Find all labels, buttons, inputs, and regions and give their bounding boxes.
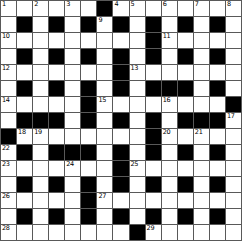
clue-number-2: 2	[34, 1, 38, 8]
black-cell-r7c1	[17, 113, 32, 128]
white-cell-r13c14[interactable]	[226, 209, 241, 224]
white-cell-r11c12[interactable]	[194, 177, 209, 192]
white-cell-r11c4[interactable]	[65, 177, 80, 192]
white-cell-r4c14[interactable]	[226, 65, 241, 80]
black-cell-r1c11	[178, 17, 193, 32]
white-cell-r2c3[interactable]	[49, 33, 64, 48]
black-cell-r11c3	[49, 177, 64, 192]
white-cell-r7c4[interactable]	[65, 113, 80, 128]
clue-number-28: 28	[2, 225, 10, 232]
white-cell-r10c2[interactable]	[33, 161, 48, 176]
white-cell-r12c13[interactable]	[210, 193, 225, 208]
white-cell-r9c14[interactable]	[226, 145, 241, 160]
white-cell-r12c8[interactable]	[130, 193, 145, 208]
white-cell-r12c1[interactable]	[17, 193, 32, 208]
black-cell-r13c11	[178, 209, 193, 224]
white-cell-r0c11[interactable]	[178, 1, 193, 16]
white-cell-r11c2[interactable]	[33, 177, 48, 192]
white-cell-r1c6[interactable]: 9	[97, 17, 112, 32]
white-cell-r6c13[interactable]	[210, 97, 225, 112]
black-cell-r7c9	[146, 113, 161, 128]
white-cell-r6c1[interactable]	[17, 97, 32, 112]
white-cell-r13c0[interactable]	[1, 209, 16, 224]
white-cell-r4c4[interactable]	[65, 65, 80, 80]
white-cell-r14c13[interactable]	[210, 225, 225, 240]
black-cell-r5c3	[49, 81, 64, 96]
black-cell-r13c13	[210, 209, 225, 224]
clue-number-1: 1	[2, 1, 6, 8]
clue-number-6: 6	[163, 1, 167, 8]
black-cell-r11c5	[81, 177, 96, 192]
white-cell-r6c6[interactable]: 15	[97, 97, 112, 112]
white-cell-r4c6[interactable]	[97, 65, 112, 80]
white-cell-r10c8[interactable]: 25	[130, 161, 145, 176]
clue-number-29: 29	[147, 225, 155, 232]
white-cell-r8c7[interactable]	[113, 129, 128, 144]
white-cell-r7c14[interactable]: 17	[226, 113, 241, 128]
clue-number-11: 11	[163, 33, 171, 40]
white-cell-r4c3[interactable]	[49, 65, 64, 80]
white-cell-r9c2[interactable]	[33, 145, 48, 160]
clue-number-5: 5	[131, 1, 135, 8]
black-cell-r1c9	[146, 17, 161, 32]
white-cell-r11c6[interactable]	[97, 177, 112, 192]
black-cell-r9c5	[81, 145, 96, 160]
black-cell-r7c5	[81, 113, 96, 128]
black-cell-r6c5	[81, 97, 96, 112]
white-cell-r8c1[interactable]: 18	[17, 129, 32, 144]
white-cell-r12c0[interactable]: 26	[1, 193, 16, 208]
black-cell-r5c13	[210, 81, 225, 96]
white-cell-r2c5[interactable]	[81, 33, 96, 48]
white-cell-r2c14[interactable]	[226, 33, 241, 48]
white-cell-r2c12[interactable]	[194, 33, 209, 48]
white-cell-r14c10[interactable]	[162, 225, 177, 240]
black-cell-r5c5	[81, 81, 96, 96]
white-cell-r2c1[interactable]	[17, 33, 32, 48]
white-cell-r14c14[interactable]	[226, 225, 241, 240]
white-cell-r4c0[interactable]: 12	[1, 65, 16, 80]
white-cell-r5c2[interactable]	[33, 81, 48, 96]
black-cell-r13c3	[49, 209, 64, 224]
black-cell-r11c1	[17, 177, 32, 192]
clue-number-20: 20	[163, 129, 171, 136]
white-cell-r14c3[interactable]	[49, 225, 64, 240]
clue-number-26: 26	[2, 193, 10, 200]
white-cell-r10c1[interactable]	[17, 161, 32, 176]
white-cell-r8c4[interactable]	[65, 129, 80, 144]
white-cell-r8c2[interactable]: 19	[33, 129, 48, 144]
black-cell-r5c7	[113, 81, 128, 96]
white-cell-r3c12[interactable]	[194, 49, 209, 64]
black-cell-r3c13	[210, 49, 225, 64]
white-cell-r1c12[interactable]	[194, 17, 209, 32]
white-cell-r1c10[interactable]	[162, 17, 177, 32]
black-cell-r13c1	[17, 209, 32, 224]
white-cell-r13c8[interactable]	[130, 209, 145, 224]
white-cell-r13c4[interactable]	[65, 209, 80, 224]
white-cell-r8c13[interactable]	[210, 129, 225, 144]
white-cell-r14c5[interactable]	[81, 225, 96, 240]
white-cell-r0c5[interactable]	[81, 1, 96, 16]
white-cell-r12c6[interactable]: 27	[97, 193, 112, 208]
black-cell-r13c5	[81, 209, 96, 224]
white-cell-r4c2[interactable]	[33, 65, 48, 80]
clue-number-23: 23	[2, 161, 10, 168]
white-cell-r7c10[interactable]	[162, 113, 177, 128]
white-cell-r6c4[interactable]	[65, 97, 80, 112]
white-cell-r14c4[interactable]	[65, 225, 80, 240]
clue-number-15: 15	[98, 97, 106, 104]
white-cell-r2c6[interactable]	[97, 33, 112, 48]
black-cell-r8c9	[146, 129, 161, 144]
white-cell-r4c8[interactable]: 13	[130, 65, 145, 80]
white-cell-r1c8[interactable]	[130, 17, 145, 32]
white-cell-r0c3[interactable]	[49, 1, 64, 16]
black-cell-r5c11	[178, 81, 193, 96]
white-cell-r2c7[interactable]	[113, 33, 128, 48]
black-cell-r0c6	[97, 1, 112, 16]
white-cell-r7c0[interactable]	[1, 113, 16, 128]
white-cell-r6c11[interactable]	[178, 97, 193, 112]
white-cell-r9c6[interactable]	[97, 145, 112, 160]
white-cell-r10c10[interactable]	[162, 161, 177, 176]
white-cell-r1c2[interactable]	[33, 17, 48, 32]
white-cell-r5c8[interactable]	[130, 81, 145, 96]
clue-number-9: 9	[98, 17, 102, 24]
white-cell-r13c2[interactable]	[33, 209, 48, 224]
white-cell-r14c11[interactable]	[178, 225, 193, 240]
clue-number-17: 17	[227, 113, 235, 120]
clue-number-10: 10	[2, 33, 10, 40]
black-cell-r9c13	[210, 145, 225, 160]
white-cell-r1c14[interactable]	[226, 17, 241, 32]
white-cell-r10c11[interactable]	[178, 161, 193, 176]
black-cell-r13c9	[146, 209, 161, 224]
white-cell-r2c2[interactable]	[33, 33, 48, 48]
white-cell-r6c0[interactable]: 14	[1, 97, 16, 112]
black-cell-r7c11	[178, 113, 193, 128]
white-cell-r7c8[interactable]	[130, 113, 145, 128]
black-cell-r3c3	[49, 49, 64, 64]
white-cell-r11c8[interactable]	[130, 177, 145, 192]
white-cell-r6c12[interactable]	[194, 97, 209, 112]
white-cell-r12c12[interactable]	[194, 193, 209, 208]
clue-number-3: 3	[66, 1, 70, 8]
white-cell-r3c2[interactable]	[33, 49, 48, 64]
white-cell-r5c6[interactable]	[97, 81, 112, 96]
black-cell-r9c7	[113, 145, 128, 160]
black-cell-r7c13	[210, 113, 225, 128]
white-cell-r3c14[interactable]	[226, 49, 241, 64]
white-cell-r3c4[interactable]	[65, 49, 80, 64]
white-cell-r3c0[interactable]	[1, 49, 16, 64]
white-cell-r2c13[interactable]	[210, 33, 225, 48]
black-cell-r11c9	[146, 177, 161, 192]
white-cell-r0c1[interactable]	[17, 1, 32, 16]
black-cell-r7c12	[194, 113, 209, 128]
white-cell-r10c13[interactable]	[210, 161, 225, 176]
white-cell-r8c5[interactable]	[81, 129, 96, 144]
black-cell-r3c5	[81, 49, 96, 64]
white-cell-r11c10[interactable]	[162, 177, 177, 192]
white-cell-r8c6[interactable]	[97, 129, 112, 144]
white-cell-r8c10[interactable]: 20	[162, 129, 177, 144]
clue-number-22: 22	[2, 145, 10, 152]
white-cell-r1c4[interactable]	[65, 17, 80, 32]
clue-number-16: 16	[163, 97, 171, 104]
white-cell-r10c14[interactable]	[226, 161, 241, 176]
black-cell-r11c7	[113, 177, 128, 192]
white-cell-r0c9[interactable]	[146, 1, 161, 16]
black-cell-r3c9	[146, 49, 161, 64]
white-cell-r12c7[interactable]	[113, 193, 128, 208]
white-cell-r2c10[interactable]: 11	[162, 33, 177, 48]
white-cell-r5c14[interactable]	[226, 81, 241, 96]
clue-number-12: 12	[2, 65, 10, 72]
crossword-grid: 1234567891011121314151617181920212223242…	[0, 0, 242, 241]
black-cell-r7c3	[49, 113, 64, 128]
black-cell-r9c4	[65, 145, 80, 160]
black-cell-r2c9	[146, 33, 161, 48]
white-cell-r8c11[interactable]	[178, 129, 193, 144]
white-cell-r12c2[interactable]	[33, 193, 48, 208]
white-cell-r10c6[interactable]	[97, 161, 112, 176]
white-cell-r5c4[interactable]	[65, 81, 80, 96]
white-cell-r5c12[interactable]	[194, 81, 209, 96]
white-cell-r0c12[interactable]: 7	[194, 1, 209, 16]
black-cell-r1c1	[17, 17, 32, 32]
white-cell-r14c6[interactable]	[97, 225, 112, 240]
white-cell-r14c2[interactable]	[33, 225, 48, 240]
white-cell-r10c4[interactable]: 24	[65, 161, 80, 176]
white-cell-r10c12[interactable]	[194, 161, 209, 176]
white-cell-r4c10[interactable]	[162, 65, 177, 80]
white-cell-r0c0[interactable]: 1	[1, 1, 16, 16]
white-cell-r3c6[interactable]	[97, 49, 112, 64]
white-cell-r14c0[interactable]: 28	[1, 225, 16, 240]
white-cell-r12c3[interactable]	[49, 193, 64, 208]
white-cell-r0c4[interactable]: 3	[65, 1, 80, 16]
black-cell-r5c10	[162, 81, 177, 96]
white-cell-r12c4[interactable]	[65, 193, 80, 208]
black-cell-r14c8	[130, 225, 145, 240]
white-cell-r12c10[interactable]	[162, 193, 177, 208]
white-cell-r1c0[interactable]	[1, 17, 16, 32]
white-cell-r10c0[interactable]: 23	[1, 161, 16, 176]
clue-number-27: 27	[98, 193, 106, 200]
black-cell-r13c7	[113, 209, 128, 224]
black-cell-r5c9	[146, 81, 161, 96]
black-cell-r6c14	[226, 97, 241, 112]
white-cell-r0c8[interactable]: 5	[130, 1, 145, 16]
white-cell-r3c8[interactable]	[130, 49, 145, 64]
clue-number-7: 7	[195, 1, 199, 8]
white-cell-r4c1[interactable]	[17, 65, 32, 80]
black-cell-r3c11	[178, 49, 193, 64]
white-cell-r2c11[interactable]	[178, 33, 193, 48]
white-cell-r4c11[interactable]	[178, 65, 193, 80]
clue-number-13: 13	[131, 65, 139, 72]
white-cell-r4c5[interactable]	[81, 65, 96, 80]
clue-number-19: 19	[34, 129, 42, 136]
clue-number-24: 24	[66, 161, 74, 168]
white-cell-r12c11[interactable]	[178, 193, 193, 208]
black-cell-r3c1	[17, 49, 32, 64]
white-cell-r10c5[interactable]	[81, 161, 96, 176]
white-cell-r0c14[interactable]: 8	[226, 1, 241, 16]
white-cell-r2c4[interactable]	[65, 33, 80, 48]
white-cell-r6c3[interactable]	[49, 97, 64, 112]
white-cell-r4c12[interactable]	[194, 65, 209, 80]
black-cell-r7c2	[33, 113, 48, 128]
black-cell-r11c13	[210, 177, 225, 192]
white-cell-r8c3[interactable]	[49, 129, 64, 144]
white-cell-r11c0[interactable]	[1, 177, 16, 192]
white-cell-r9c0[interactable]: 22	[1, 145, 16, 160]
white-cell-r6c10[interactable]: 16	[162, 97, 177, 112]
black-cell-r1c5	[81, 17, 96, 32]
clue-number-8: 8	[227, 1, 231, 8]
black-cell-r9c11	[178, 145, 193, 160]
white-cell-r14c1[interactable]	[17, 225, 32, 240]
clue-number-14: 14	[2, 97, 10, 104]
white-cell-r6c2[interactable]	[33, 97, 48, 112]
black-cell-r10c7	[113, 161, 128, 176]
white-cell-r7c6[interactable]	[97, 113, 112, 128]
black-cell-r1c7	[113, 17, 128, 32]
white-cell-r2c8[interactable]	[130, 33, 145, 48]
white-cell-r11c14[interactable]	[226, 177, 241, 192]
black-cell-r8c0	[1, 129, 16, 144]
white-cell-r5c0[interactable]	[1, 81, 16, 96]
black-cell-r12c5	[81, 193, 96, 208]
clue-number-4: 4	[114, 1, 118, 8]
black-cell-r9c1	[17, 145, 32, 160]
white-cell-r6c8[interactable]	[130, 97, 145, 112]
white-cell-r10c3[interactable]	[49, 161, 64, 176]
black-cell-r3c7	[113, 49, 128, 64]
white-cell-r12c9[interactable]	[146, 193, 161, 208]
white-cell-r13c10[interactable]	[162, 209, 177, 224]
white-cell-r9c10[interactable]	[162, 145, 177, 160]
white-cell-r10c9[interactable]	[146, 161, 161, 176]
white-cell-r14c12[interactable]	[194, 225, 209, 240]
white-cell-r4c13[interactable]	[210, 65, 225, 80]
white-cell-r9c8[interactable]	[130, 145, 145, 160]
white-cell-r9c12[interactable]	[194, 145, 209, 160]
white-cell-r13c12[interactable]	[194, 209, 209, 224]
clue-number-21: 21	[195, 129, 203, 136]
black-cell-r1c13	[210, 17, 225, 32]
black-cell-r7c7	[113, 113, 128, 128]
white-cell-r3c10[interactable]	[162, 49, 177, 64]
white-cell-r12c14[interactable]	[226, 193, 241, 208]
white-cell-r0c7[interactable]: 4	[113, 1, 128, 16]
white-cell-r4c9[interactable]	[146, 65, 161, 80]
white-cell-r2c0[interactable]: 10	[1, 33, 16, 48]
black-cell-r1c3	[49, 17, 64, 32]
white-cell-r0c10[interactable]: 6	[162, 1, 177, 16]
black-cell-r11c11	[178, 177, 193, 192]
white-cell-r8c12[interactable]: 21	[194, 129, 209, 144]
clue-number-25: 25	[131, 161, 139, 168]
black-cell-r4c7	[113, 65, 128, 80]
white-cell-r0c13[interactable]	[210, 1, 225, 16]
white-cell-r8c14[interactable]	[226, 129, 241, 144]
clue-number-18: 18	[18, 129, 26, 136]
white-cell-r13c6[interactable]	[97, 209, 112, 224]
black-cell-r5c1	[17, 81, 32, 96]
white-cell-r14c9[interactable]: 29	[146, 225, 161, 240]
white-cell-r0c2[interactable]: 2	[33, 1, 48, 16]
white-cell-r8c8[interactable]	[130, 129, 145, 144]
black-cell-r9c9	[146, 145, 161, 160]
white-cell-r6c9[interactable]	[146, 97, 161, 112]
white-cell-r6c7[interactable]	[113, 97, 128, 112]
white-cell-r14c7[interactable]	[113, 225, 128, 240]
black-cell-r9c3	[49, 145, 64, 160]
